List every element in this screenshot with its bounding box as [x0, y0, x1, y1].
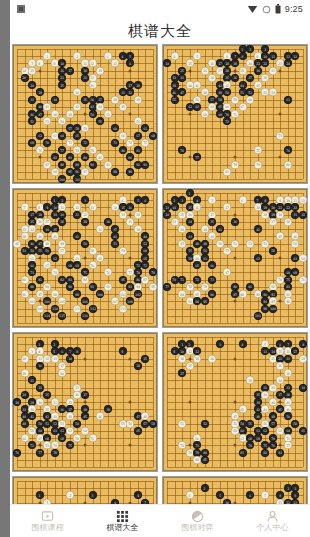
black-stone: 31: [292, 211, 299, 218]
black-stone: 49: [21, 420, 28, 427]
black-stone: 87: [232, 291, 239, 298]
black-stone: 70: [269, 435, 276, 442]
white-stone: 45: [14, 240, 21, 247]
black-stone: 58: [269, 247, 276, 254]
white-stone: 64: [209, 103, 216, 110]
black-stone: 91: [89, 283, 96, 290]
white-stone: 74: [51, 269, 58, 276]
kifu-grid: 1234567891011121314151617181920212223242…: [10, 44, 310, 505]
black-stone: 12: [194, 348, 201, 355]
white-stone: 55: [119, 420, 126, 427]
white-stone: 53: [232, 420, 239, 427]
white-stone: 51: [232, 240, 239, 247]
white-stone: 71: [66, 139, 73, 146]
black-stone: 19: [232, 60, 239, 67]
white-stone: 7: [21, 204, 28, 211]
black-stone: 29: [82, 218, 89, 225]
black-stone: 49: [269, 413, 276, 420]
white-stone: 38: [134, 226, 141, 233]
white-stone: 88: [239, 291, 246, 298]
white-stone: 37: [269, 218, 276, 225]
black-stone: 25: [44, 391, 51, 398]
black-stone: 116: [82, 312, 89, 319]
black-stone: 40: [21, 413, 28, 420]
black-stone: 83: [277, 449, 284, 456]
black-stone: 24: [21, 391, 28, 398]
white-stone: 8: [36, 60, 43, 67]
black-stone: 39: [254, 399, 261, 406]
white-stone: 26: [89, 82, 96, 89]
black-stone: 50: [284, 413, 291, 420]
white-stone: 91: [104, 161, 111, 168]
white-stone: 12: [44, 355, 51, 362]
white-stone: 87: [44, 161, 51, 168]
black-stone: 41: [29, 413, 36, 420]
white-stone: 78: [186, 283, 193, 290]
white-stone: 70: [89, 262, 96, 269]
black-stone: 30: [254, 67, 261, 74]
black-stone: 7: [66, 348, 73, 355]
black-stone: 57: [209, 96, 216, 103]
black-stone: 62: [254, 255, 261, 262]
black-stone: 82: [262, 449, 269, 456]
black-stone: 77: [59, 147, 66, 154]
white-stone: 40: [201, 226, 208, 233]
black-stone: 75: [82, 269, 89, 276]
black-stone: 85: [201, 456, 208, 463]
black-stone: 16: [36, 362, 43, 369]
go-board-thumbnail-5[interactable]: 1234567891011121314151617181920212223242…: [12, 332, 158, 472]
white-stone: 17: [224, 204, 231, 211]
black-stone: 39: [171, 82, 178, 89]
black-stone: 67: [134, 132, 141, 139]
go-board-thumbnail-7[interactable]: 1234567: [12, 476, 158, 505]
black-stone: 42: [74, 233, 81, 240]
black-stone: 76: [269, 442, 276, 449]
white-stone: 77: [284, 442, 291, 449]
bottom-tab-bar: 围棋课程 棋谱大全 围棋对弈 个人中心: [10, 504, 310, 537]
black-stone: 21: [74, 211, 81, 218]
black-stone: 104: [44, 298, 51, 305]
white-stone: 19: [194, 355, 201, 362]
black-stone: 114: [44, 312, 51, 319]
white-stone: 4: [36, 348, 43, 355]
black-stone: 18: [36, 211, 43, 218]
white-stone: 23: [277, 60, 284, 67]
white-stone: 59: [232, 427, 239, 434]
black-stone: 73: [112, 139, 119, 146]
white-stone: 10: [284, 197, 291, 204]
black-stone: 95: [66, 168, 73, 175]
white-stone: 66: [194, 435, 201, 442]
black-stone: 85: [119, 276, 126, 283]
black-stone: 70: [44, 139, 51, 146]
black-stone: 7: [232, 53, 239, 60]
white-stone: 24: [300, 355, 307, 362]
white-stone: 81: [224, 168, 231, 175]
white-stone: 50: [216, 240, 223, 247]
black-stone: 54: [74, 420, 81, 427]
black-stone: 88: [29, 283, 36, 290]
status-bar: 9:25: [10, 0, 310, 18]
black-stone: 76: [284, 147, 291, 154]
black-stone: 25: [29, 218, 36, 225]
black-stone: 20: [269, 204, 276, 211]
white-stone: 96: [21, 291, 28, 298]
black-stone: 53: [21, 247, 28, 254]
black-stone: 63: [292, 255, 299, 262]
white-stone: 3: [104, 53, 111, 60]
black-stone: 8: [277, 492, 284, 499]
white-stone: 9: [254, 53, 261, 60]
white-stone: 63: [66, 427, 73, 434]
black-stone: 86: [127, 154, 134, 161]
white-stone: 7: [29, 60, 36, 67]
black-stone: 15: [142, 355, 149, 362]
white-stone: 41: [51, 233, 58, 240]
black-stone: 58: [74, 125, 81, 132]
black-stone: 47: [36, 111, 43, 118]
white-stone: 48: [201, 89, 208, 96]
black-stone: 48: [194, 240, 201, 247]
white-stone: 19: [21, 370, 28, 377]
white-stone: 59: [232, 96, 239, 103]
black-stone: 35: [82, 96, 89, 103]
white-stone: 67: [239, 103, 246, 110]
white-stone: 12: [74, 204, 81, 211]
black-stone: 15: [186, 204, 193, 211]
black-stone: 27: [179, 370, 186, 377]
black-stone: 64: [59, 132, 66, 139]
go-board-thumbnail-2[interactable]: 1234567891011121314151617181920212223242…: [162, 44, 308, 184]
white-stone: 15: [186, 60, 193, 67]
white-stone: 95: [150, 283, 157, 290]
wifi-icon: [247, 5, 258, 14]
white-stone: 74: [127, 139, 134, 146]
white-stone: 5: [262, 341, 269, 348]
white-stone: 18: [179, 355, 186, 362]
black-stone: 31: [119, 89, 126, 96]
white-stone: 93: [186, 298, 193, 305]
black-stone: 43: [186, 233, 193, 240]
video-course-icon: [41, 510, 54, 523]
white-stone: 54: [292, 240, 299, 247]
black-stone: 86: [209, 291, 216, 298]
white-stone: 46: [284, 406, 291, 413]
white-stone: 71: [232, 111, 239, 118]
white-stone: 34: [29, 406, 36, 413]
black-stone: 55: [171, 96, 178, 103]
black-stone: 5: [51, 348, 58, 355]
white-stone: 16: [194, 204, 201, 211]
white-stone: 4: [171, 53, 178, 60]
white-stone: 75: [142, 139, 149, 146]
black-stone: 93: [142, 161, 149, 168]
black-stone: 21: [29, 377, 36, 384]
black-stone: 10: [179, 348, 186, 355]
battery-icon: [275, 4, 281, 14]
white-stone: 61: [29, 255, 36, 262]
white-stone: 39: [179, 226, 186, 233]
go-board-thumbnail-8[interactable]: 12345678910111213: [162, 476, 308, 505]
black-stone: 2: [284, 485, 291, 492]
black-stone: 80: [119, 147, 126, 154]
black-stone: 72: [224, 118, 231, 125]
black-stone: 72: [194, 276, 201, 283]
black-stone: 22: [284, 204, 291, 211]
black-stone: 15: [119, 204, 126, 211]
black-stone: 37: [112, 226, 119, 233]
black-stone: 2: [59, 197, 66, 204]
white-stone: 92: [284, 291, 291, 298]
black-stone: 28: [14, 399, 21, 406]
black-stone: 83: [284, 283, 291, 290]
black-stone: 10: [59, 60, 66, 67]
black-stone: 38: [284, 391, 291, 398]
white-stone: 32: [269, 384, 276, 391]
black-stone: 21: [254, 60, 261, 67]
black-stone: 7: [284, 341, 291, 348]
black-stone: 27: [127, 82, 134, 89]
white-stone: 26: [277, 362, 284, 369]
black-stone: 24: [164, 211, 171, 218]
black-stone: 65: [300, 427, 307, 434]
black-stone: 50: [224, 89, 231, 96]
white-stone: 4: [186, 492, 193, 499]
black-stone: 65: [134, 427, 141, 434]
black-stone: 3: [216, 341, 223, 348]
black-stone: 2: [171, 197, 178, 204]
black-stone: 34: [51, 96, 58, 103]
white-stone: 19: [97, 67, 104, 74]
white-stone: 59: [119, 247, 126, 254]
black-stone: 52: [247, 89, 254, 96]
white-stone: 31: [127, 218, 134, 225]
go-board-thumbnail-3[interactable]: 1234567891011121314151617181920212223242…: [12, 188, 158, 328]
white-stone: 27: [216, 67, 223, 74]
black-stone: 43: [254, 406, 261, 413]
white-stone: 82: [269, 283, 276, 290]
black-stone: 72: [142, 262, 149, 269]
tab-personal-center[interactable]: 个人中心: [235, 505, 310, 537]
black-stone: 79: [150, 269, 157, 276]
black-stone: 2: [247, 46, 254, 53]
black-stone: 2: [51, 341, 58, 348]
black-stone: 94: [194, 298, 201, 305]
black-stone: 52: [201, 420, 208, 427]
black-stone: 99: [262, 305, 269, 312]
white-stone: 76: [104, 269, 111, 276]
black-stone: 43: [89, 103, 96, 110]
white-stone: 40: [186, 82, 193, 89]
white-stone: 2: [66, 492, 73, 499]
white-stone: 48: [44, 240, 51, 247]
black-stone: 13: [292, 53, 299, 60]
white-stone: 45: [119, 103, 126, 110]
white-stone: 5: [194, 53, 201, 60]
black-stone: 19: [262, 204, 269, 211]
white-stone: 34: [209, 74, 216, 81]
black-stone: 61: [201, 255, 208, 262]
black-stone: 72: [29, 442, 36, 449]
black-stone: 76: [14, 449, 21, 456]
white-stone: 13: [89, 204, 96, 211]
black-stone: 55: [186, 247, 193, 254]
black-stone: 48: [254, 413, 261, 420]
black-stone: 1: [51, 197, 58, 204]
black-stone: 92: [134, 161, 141, 168]
white-stone: 9: [277, 197, 284, 204]
black-stone: 22: [262, 60, 269, 67]
black-stone: 68: [284, 269, 291, 276]
black-stone: 93: [127, 283, 134, 290]
white-stone: 84: [194, 456, 201, 463]
white-stone: 67: [44, 262, 51, 269]
white-stone: 79: [89, 147, 96, 154]
white-stone: 11: [82, 60, 89, 67]
black-stone: 81: [239, 449, 246, 456]
black-stone: 17: [66, 67, 73, 74]
black-stone: 42: [44, 413, 51, 420]
black-stone: 40: [36, 103, 43, 110]
black-stone: 22: [82, 74, 89, 81]
black-stone: 49: [216, 89, 223, 96]
white-stone: 71: [89, 435, 96, 442]
black-stone: 29: [29, 399, 36, 406]
white-stone: 89: [44, 283, 51, 290]
white-stone: 98: [284, 298, 291, 305]
black-stone: 91: [269, 291, 276, 298]
black-stone: 33: [179, 74, 186, 81]
black-stone: 44: [142, 233, 149, 240]
white-stone: 44: [97, 103, 104, 110]
black-stone: 110: [51, 305, 58, 312]
black-stone: 16: [59, 67, 66, 74]
black-stone: 101: [74, 176, 81, 183]
white-stone: 107: [112, 298, 119, 305]
white-stone: 57: [224, 247, 231, 254]
black-stone: 60: [142, 247, 149, 254]
white-stone: 27: [44, 218, 51, 225]
black-stone: 28: [134, 82, 141, 89]
white-stone: 16: [284, 348, 291, 355]
black-stone: 73: [194, 442, 201, 449]
white-stone: 56: [134, 118, 141, 125]
data-saver-icon: [262, 5, 271, 14]
black-stone: 9: [171, 348, 178, 355]
black-stone: 81: [247, 283, 254, 290]
black-stone: 58: [150, 420, 157, 427]
white-stone: 40: [36, 233, 43, 240]
go-board-thumbnail-6[interactable]: 1234567891011121314151617181920212223242…: [162, 332, 308, 472]
black-stone: 8: [300, 341, 307, 348]
black-stone: 3: [292, 485, 299, 492]
black-stone: 75: [284, 276, 291, 283]
go-board-thumbnail-1[interactable]: 1234567891011121314151617181920212223242…: [12, 44, 158, 184]
white-stone: 79: [201, 283, 208, 290]
black-stone: 99: [74, 291, 81, 298]
black-stone: 96: [262, 298, 269, 305]
black-stone: 37: [97, 96, 104, 103]
black-stone: 35: [51, 226, 58, 233]
black-stone: 14: [171, 204, 178, 211]
white-stone: 78: [186, 449, 193, 456]
black-stone: 3: [262, 46, 269, 53]
black-stone: 82: [51, 154, 58, 161]
black-stone: 4: [134, 492, 141, 499]
go-board-thumbnail-4[interactable]: 1234567891011121314151617181920212223242…: [162, 188, 308, 328]
person-icon: [266, 510, 279, 523]
black-stone: 77: [164, 283, 171, 290]
white-stone: 84: [179, 291, 186, 298]
tab-kifu-collection[interactable]: 棋谱大全: [85, 505, 160, 537]
black-stone: 1: [36, 341, 43, 348]
white-stone: 67: [224, 269, 231, 276]
white-stone: 7: [262, 492, 269, 499]
black-stone: 25: [179, 67, 186, 74]
white-stone: 76: [36, 147, 43, 154]
black-stone: 45: [82, 413, 89, 420]
black-stone: 86: [134, 276, 141, 283]
white-stone: 53: [59, 420, 66, 427]
black-stone: 36: [89, 96, 96, 103]
black-stone: 41: [216, 226, 223, 233]
black-stone: 56: [201, 247, 208, 254]
white-stone: 31: [51, 399, 58, 406]
app-screen: 9:25 棋谱大全 123456789101112131415161718192…: [10, 0, 310, 537]
black-stone: 106: [82, 298, 89, 305]
black-stone: 58: [216, 96, 223, 103]
black-stone: 28: [59, 218, 66, 225]
tab-go-courses[interactable]: 围棋课程: [10, 505, 85, 537]
white-stone: 109: [36, 305, 43, 312]
white-stone: 71: [284, 435, 291, 442]
white-stone: 30: [74, 89, 81, 96]
black-stone: 65: [142, 255, 149, 262]
kifu-grid-icon: [116, 510, 129, 523]
white-stone: 40: [269, 399, 276, 406]
tab-go-play[interactable]: 围棋对弈: [160, 505, 235, 537]
white-stone: 47: [179, 240, 186, 247]
white-stone: 14: [21, 67, 28, 74]
black-stone: 98: [112, 168, 119, 175]
white-stone: 11: [36, 355, 43, 362]
white-stone: 47: [232, 413, 239, 420]
black-stone: 10: [51, 204, 58, 211]
white-stone: 72: [179, 442, 186, 449]
black-stone: 33: [29, 96, 36, 103]
black-stone: 47: [134, 413, 141, 420]
white-stone: 12: [300, 197, 307, 204]
white-stone: 12: [89, 60, 96, 67]
black-stone: 35: [224, 74, 231, 81]
white-stone: 16: [209, 60, 216, 67]
black-stone: 30: [104, 218, 111, 225]
black-stone: 100: [97, 291, 104, 298]
white-stone: 44: [262, 406, 269, 413]
white-stone: 53: [262, 240, 269, 247]
black-stone: 29: [269, 211, 276, 218]
black-stone: 77: [36, 449, 43, 456]
white-stone: 78: [74, 147, 81, 154]
white-stone: 74: [51, 442, 58, 449]
page-title: 棋谱大全: [128, 22, 192, 41]
black-stone: 63: [194, 103, 201, 110]
white-stone: 80: [21, 276, 28, 283]
white-stone: 77: [127, 269, 134, 276]
black-stone: 18: [134, 362, 141, 369]
white-stone: 92: [104, 283, 111, 290]
